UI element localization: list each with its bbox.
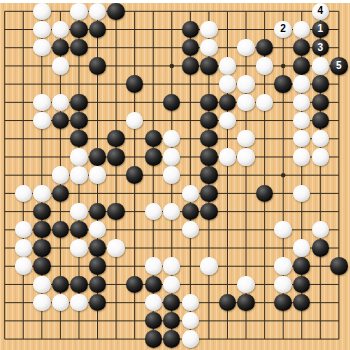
white-stone[interactable] (200, 257, 217, 274)
white-stone[interactable] (163, 203, 180, 220)
white-stone[interactable] (52, 166, 69, 183)
move-number-label: 5 (336, 61, 342, 71)
white-stone[interactable] (33, 21, 50, 38)
black-stone[interactable] (33, 239, 50, 256)
black-stone[interactable]: 1 (312, 21, 329, 38)
black-stone[interactable] (293, 57, 310, 74)
white-stone[interactable] (293, 185, 310, 202)
black-stone[interactable] (89, 294, 106, 311)
black-stone[interactable] (89, 21, 106, 38)
white-stone[interactable] (70, 294, 87, 311)
white-stone[interactable] (52, 21, 69, 38)
black-stone[interactable] (70, 21, 87, 38)
white-stone[interactable] (145, 257, 162, 274)
black-stone[interactable] (163, 294, 180, 311)
black-stone[interactable] (200, 166, 217, 183)
white-stone[interactable] (89, 166, 106, 183)
go-board[interactable]: 42135 (0, 0, 350, 350)
white-stone[interactable]: 4 (312, 3, 329, 20)
black-stone[interactable] (200, 185, 217, 202)
white-stone[interactable] (219, 75, 236, 92)
black-stone[interactable] (330, 257, 347, 274)
black-stone[interactable] (70, 130, 87, 147)
white-stone[interactable] (15, 185, 32, 202)
black-stone[interactable] (107, 3, 124, 20)
black-stone[interactable] (126, 75, 143, 92)
black-stone[interactable] (33, 203, 50, 220)
white-stone[interactable] (219, 57, 236, 74)
black-stone[interactable] (107, 130, 124, 147)
black-stone[interactable] (33, 221, 50, 238)
black-stone[interactable] (89, 203, 106, 220)
white-stone[interactable] (33, 94, 50, 111)
black-stone[interactable] (89, 257, 106, 274)
black-stone[interactable] (70, 39, 87, 56)
black-stone[interactable] (163, 94, 180, 111)
white-stone[interactable] (293, 75, 310, 92)
white-stone[interactable] (312, 221, 329, 238)
white-stone[interactable]: 2 (274, 21, 291, 38)
move-number-label: 4 (317, 6, 323, 16)
move-number-label: 3 (317, 43, 323, 53)
white-stone[interactable] (52, 94, 69, 111)
black-stone[interactable] (293, 39, 310, 56)
black-stone[interactable] (145, 148, 162, 165)
black-stone[interactable] (200, 203, 217, 220)
white-stone[interactable] (293, 239, 310, 256)
black-stone[interactable] (182, 57, 199, 74)
black-stone[interactable] (107, 148, 124, 165)
black-stone[interactable] (200, 94, 217, 111)
black-stone[interactable] (200, 112, 217, 129)
white-stone[interactable] (237, 39, 254, 56)
move-number-label: 1 (317, 24, 323, 34)
white-stone[interactable] (33, 276, 50, 293)
black-stone[interactable] (312, 239, 329, 256)
black-stone[interactable] (89, 239, 106, 256)
white-stone[interactable] (70, 239, 87, 256)
black-stone[interactable] (52, 276, 69, 293)
white-stone[interactable] (293, 148, 310, 165)
black-stone[interactable] (145, 330, 162, 347)
white-stone[interactable] (237, 94, 254, 111)
black-stone[interactable] (274, 294, 291, 311)
white-stone[interactable] (200, 21, 217, 38)
black-stone[interactable] (256, 39, 273, 56)
white-stone[interactable] (33, 39, 50, 56)
black-stone[interactable] (182, 203, 199, 220)
white-stone[interactable] (70, 148, 87, 165)
white-stone[interactable] (182, 294, 199, 311)
black-stone[interactable] (52, 39, 69, 56)
black-stone[interactable] (293, 257, 310, 274)
white-stone[interactable] (182, 221, 199, 238)
black-stone[interactable] (312, 94, 329, 111)
black-stone[interactable] (70, 94, 87, 111)
white-stone[interactable] (163, 276, 180, 293)
black-stone[interactable] (274, 75, 291, 92)
white-stone[interactable] (182, 312, 199, 329)
white-stone[interactable] (274, 221, 291, 238)
black-stone[interactable] (163, 330, 180, 347)
top-margin (0, 0, 350, 3)
black-stone[interactable] (126, 166, 143, 183)
black-stone[interactable] (312, 75, 329, 92)
black-stone[interactable] (145, 130, 162, 147)
white-stone[interactable] (237, 75, 254, 92)
black-stone[interactable] (70, 221, 87, 238)
black-stone[interactable] (52, 221, 69, 238)
white-stone[interactable] (15, 239, 32, 256)
stones-grid: 42135 (0, 2, 348, 348)
white-stone[interactable] (219, 148, 236, 165)
black-stone[interactable] (89, 148, 106, 165)
black-stone[interactable] (145, 312, 162, 329)
black-stone[interactable] (182, 39, 199, 56)
black-stone[interactable] (200, 130, 217, 147)
black-stone[interactable] (163, 312, 180, 329)
black-stone[interactable] (33, 257, 50, 274)
white-stone[interactable] (256, 57, 273, 74)
white-stone[interactable] (107, 239, 124, 256)
white-stone[interactable] (274, 257, 291, 274)
white-stone[interactable] (200, 39, 217, 56)
black-stone[interactable]: 5 (330, 57, 347, 74)
white-stone[interactable] (182, 185, 199, 202)
white-stone[interactable] (182, 330, 199, 347)
black-stone[interactable] (52, 185, 69, 202)
white-stone[interactable] (163, 130, 180, 147)
black-stone[interactable] (219, 94, 236, 111)
white-stone[interactable] (293, 21, 310, 38)
white-stone[interactable] (293, 130, 310, 147)
white-stone[interactable] (256, 94, 273, 111)
white-stone[interactable] (15, 221, 32, 238)
white-stone[interactable] (293, 112, 310, 129)
white-stone[interactable] (237, 130, 254, 147)
black-stone[interactable]: 3 (312, 39, 329, 56)
black-stone[interactable] (200, 148, 217, 165)
white-stone[interactable] (70, 203, 87, 220)
black-stone[interactable] (70, 276, 87, 293)
white-stone[interactable] (126, 112, 143, 129)
black-stone[interactable] (200, 57, 217, 74)
white-stone[interactable] (145, 203, 162, 220)
white-stone[interactable] (33, 3, 50, 20)
white-stone[interactable] (293, 94, 310, 111)
black-stone[interactable] (312, 112, 329, 129)
black-stone[interactable] (52, 112, 69, 129)
white-stone[interactable] (312, 148, 329, 165)
white-stone[interactable] (89, 3, 106, 20)
black-stone[interactable] (293, 294, 310, 311)
white-stone[interactable] (163, 166, 180, 183)
white-stone[interactable] (219, 112, 236, 129)
white-stone[interactable] (70, 3, 87, 20)
black-stone[interactable] (89, 57, 106, 74)
white-stone[interactable] (33, 294, 50, 311)
black-stone[interactable] (256, 185, 273, 202)
white-stone[interactable] (312, 130, 329, 147)
black-stone[interactable] (182, 21, 199, 38)
black-stone[interactable] (219, 294, 236, 311)
white-stone[interactable] (89, 221, 106, 238)
white-stone[interactable] (52, 57, 69, 74)
white-stone[interactable] (237, 276, 254, 293)
black-stone[interactable] (126, 276, 143, 293)
white-stone[interactable] (237, 148, 254, 165)
black-stone[interactable] (293, 276, 310, 293)
black-stone[interactable] (237, 294, 254, 311)
white-stone[interactable] (33, 185, 50, 202)
white-stone[interactable] (145, 294, 162, 311)
move-number-label: 2 (280, 24, 286, 34)
black-stone[interactable] (70, 112, 87, 129)
black-stone[interactable] (107, 203, 124, 220)
black-stone[interactable] (89, 276, 106, 293)
black-stone[interactable] (145, 276, 162, 293)
white-stone[interactable] (70, 166, 87, 183)
white-stone[interactable] (52, 294, 69, 311)
white-stone[interactable] (15, 257, 32, 274)
white-stone[interactable] (274, 276, 291, 293)
white-stone[interactable] (163, 148, 180, 165)
white-stone[interactable] (33, 112, 50, 129)
white-stone[interactable] (312, 57, 329, 74)
white-stone[interactable] (163, 257, 180, 274)
